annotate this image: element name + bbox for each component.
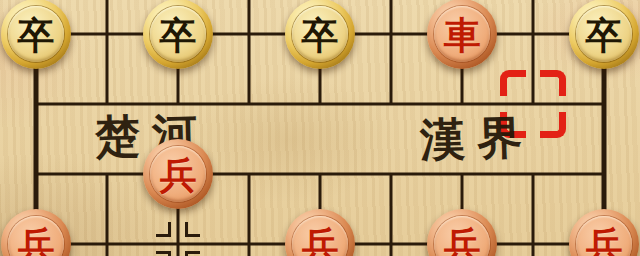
black-soldier-glyph: 卒 — [18, 17, 55, 54]
grid-line-vertical — [248, 0, 251, 105]
black-soldier-glyph: 卒 — [586, 17, 623, 54]
black-soldier[interactable]: 卒 — [1, 0, 71, 69]
grid-line-vertical — [390, 0, 393, 105]
red-soldier-glyph: 兵 — [586, 227, 623, 256]
red-soldier[interactable]: 兵 — [569, 209, 639, 256]
black-soldier-face: 卒 — [576, 6, 632, 62]
red-soldier[interactable]: 兵 — [143, 139, 213, 209]
black-soldier-face: 卒 — [292, 6, 348, 62]
move-highlight-corner-br — [540, 112, 566, 138]
pawn-point-corner-br — [185, 251, 200, 256]
move-highlight-corner-tl — [500, 70, 526, 96]
pawn-point-corner-tl — [156, 222, 171, 237]
red-chariot-glyph: 車 — [444, 17, 481, 54]
black-soldier-face: 卒 — [150, 6, 206, 62]
xiangqi-board: 楚河 漢界 卒卒卒車卒兵兵兵兵兵 — [0, 0, 640, 256]
black-soldier[interactable]: 卒 — [285, 0, 355, 69]
grid-line-horizontal — [34, 173, 606, 176]
red-soldier-glyph: 兵 — [302, 227, 339, 256]
red-soldier[interactable]: 兵 — [1, 209, 71, 256]
red-soldier-face: 兵 — [292, 216, 348, 256]
black-soldier[interactable]: 卒 — [143, 0, 213, 69]
pawn-point-mark — [156, 222, 200, 256]
river-label-right: 漢界 — [419, 108, 535, 171]
black-soldier-glyph: 卒 — [302, 17, 339, 54]
pawn-point-corner-bl — [156, 251, 171, 256]
black-soldier-face: 卒 — [8, 6, 64, 62]
move-highlight-corner-tr — [540, 70, 566, 96]
black-soldier[interactable]: 卒 — [569, 0, 639, 69]
grid-line-vertical — [106, 0, 109, 105]
red-soldier[interactable]: 兵 — [285, 209, 355, 256]
black-soldier-glyph: 卒 — [160, 17, 197, 54]
red-soldier-face: 兵 — [434, 216, 490, 256]
red-soldier-glyph: 兵 — [18, 227, 55, 256]
red-chariot-face: 車 — [434, 6, 490, 62]
red-soldier-glyph: 兵 — [160, 157, 197, 194]
red-soldier-face: 兵 — [576, 216, 632, 256]
red-chariot[interactable]: 車 — [427, 0, 497, 69]
red-soldier-glyph: 兵 — [444, 227, 481, 256]
red-soldier-face: 兵 — [8, 216, 64, 256]
red-soldier[interactable]: 兵 — [427, 209, 497, 256]
red-soldier-face: 兵 — [150, 146, 206, 202]
pawn-point-corner-tr — [185, 222, 200, 237]
